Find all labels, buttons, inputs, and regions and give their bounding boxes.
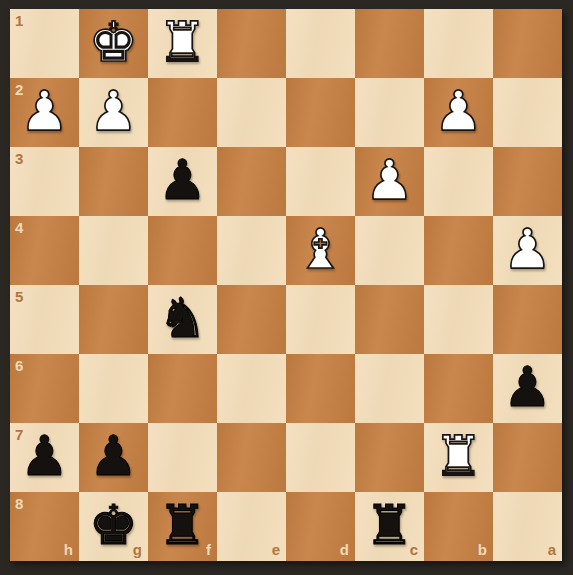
square-b7[interactable]: ♜ <box>424 423 493 492</box>
square-e3[interactable] <box>217 147 286 216</box>
piece-white-bishop[interactable]: ♝ <box>286 216 355 285</box>
square-a4[interactable]: ♟ <box>493 216 562 285</box>
square-d2[interactable] <box>286 78 355 147</box>
square-f4[interactable] <box>148 216 217 285</box>
square-f2[interactable] <box>148 78 217 147</box>
piece-white-king[interactable]: ♚ <box>79 9 148 78</box>
square-h7[interactable]: 7♟ <box>10 423 79 492</box>
piece-white-pawn[interactable]: ♟ <box>10 78 79 147</box>
square-e2[interactable] <box>217 78 286 147</box>
square-g5[interactable] <box>79 285 148 354</box>
file-label-d: d <box>340 542 349 557</box>
square-a7[interactable] <box>493 423 562 492</box>
square-h5[interactable]: 5 <box>10 285 79 354</box>
square-a5[interactable] <box>493 285 562 354</box>
square-d5[interactable] <box>286 285 355 354</box>
square-c2[interactable] <box>355 78 424 147</box>
square-a3[interactable] <box>493 147 562 216</box>
square-e8[interactable]: e <box>217 492 286 561</box>
square-e6[interactable] <box>217 354 286 423</box>
square-h6[interactable]: 6 <box>10 354 79 423</box>
square-c8[interactable]: c♜ <box>355 492 424 561</box>
square-d8[interactable]: d <box>286 492 355 561</box>
piece-black-king[interactable]: ♚ <box>79 492 148 561</box>
chess-board: 1♚♜2♟♟♟3♟♟4♝♟5♞6♟7♟♟♜8hg♚f♜edc♜ba <box>10 9 562 561</box>
square-b3[interactable] <box>424 147 493 216</box>
square-f5[interactable]: ♞ <box>148 285 217 354</box>
square-b1[interactable] <box>424 9 493 78</box>
square-d1[interactable] <box>286 9 355 78</box>
piece-white-pawn[interactable]: ♟ <box>355 147 424 216</box>
square-g1[interactable]: ♚ <box>79 9 148 78</box>
square-b6[interactable] <box>424 354 493 423</box>
square-b5[interactable] <box>424 285 493 354</box>
square-e1[interactable] <box>217 9 286 78</box>
square-d7[interactable] <box>286 423 355 492</box>
square-c1[interactable] <box>355 9 424 78</box>
piece-white-pawn[interactable]: ♟ <box>493 216 562 285</box>
square-d4[interactable]: ♝ <box>286 216 355 285</box>
square-c5[interactable] <box>355 285 424 354</box>
square-d3[interactable] <box>286 147 355 216</box>
piece-black-pawn[interactable]: ♟ <box>79 423 148 492</box>
square-g6[interactable] <box>79 354 148 423</box>
square-h1[interactable]: 1 <box>10 9 79 78</box>
rank-label-4: 4 <box>15 220 23 235</box>
square-g7[interactable]: ♟ <box>79 423 148 492</box>
square-h3[interactable]: 3 <box>10 147 79 216</box>
square-f7[interactable] <box>148 423 217 492</box>
square-h4[interactable]: 4 <box>10 216 79 285</box>
square-g8[interactable]: g♚ <box>79 492 148 561</box>
square-g3[interactable] <box>79 147 148 216</box>
file-label-h: h <box>64 542 73 557</box>
piece-black-pawn[interactable]: ♟ <box>493 354 562 423</box>
square-d6[interactable] <box>286 354 355 423</box>
square-a1[interactable] <box>493 9 562 78</box>
piece-white-pawn[interactable]: ♟ <box>424 78 493 147</box>
piece-black-rook[interactable]: ♜ <box>355 492 424 561</box>
square-b4[interactable] <box>424 216 493 285</box>
square-g4[interactable] <box>79 216 148 285</box>
square-b2[interactable]: ♟ <box>424 78 493 147</box>
file-label-e: e <box>272 542 280 557</box>
piece-black-knight[interactable]: ♞ <box>148 285 217 354</box>
square-h8[interactable]: 8h <box>10 492 79 561</box>
square-c6[interactable] <box>355 354 424 423</box>
square-e4[interactable] <box>217 216 286 285</box>
square-c3[interactable]: ♟ <box>355 147 424 216</box>
file-label-b: b <box>478 542 487 557</box>
square-e5[interactable] <box>217 285 286 354</box>
rank-label-3: 3 <box>15 151 23 166</box>
piece-black-pawn[interactable]: ♟ <box>148 147 217 216</box>
square-f1[interactable]: ♜ <box>148 9 217 78</box>
square-f6[interactable] <box>148 354 217 423</box>
square-f8[interactable]: f♜ <box>148 492 217 561</box>
square-h2[interactable]: 2♟ <box>10 78 79 147</box>
piece-white-rook[interactable]: ♜ <box>424 423 493 492</box>
rank-label-1: 1 <box>15 13 23 28</box>
chess-app-background: 1♚♜2♟♟♟3♟♟4♝♟5♞6♟7♟♟♜8hg♚f♜edc♜ba <box>0 0 573 575</box>
square-b8[interactable]: b <box>424 492 493 561</box>
rank-label-5: 5 <box>15 289 23 304</box>
square-e7[interactable] <box>217 423 286 492</box>
square-c4[interactable] <box>355 216 424 285</box>
file-label-a: a <box>548 542 556 557</box>
piece-white-rook[interactable]: ♜ <box>148 9 217 78</box>
rank-label-6: 6 <box>15 358 23 373</box>
square-a6[interactable]: ♟ <box>493 354 562 423</box>
square-a2[interactable] <box>493 78 562 147</box>
square-g2[interactable]: ♟ <box>79 78 148 147</box>
square-a8[interactable]: a <box>493 492 562 561</box>
square-c7[interactable] <box>355 423 424 492</box>
rank-label-8: 8 <box>15 496 23 511</box>
piece-black-pawn[interactable]: ♟ <box>10 423 79 492</box>
piece-black-rook[interactable]: ♜ <box>148 492 217 561</box>
piece-white-pawn[interactable]: ♟ <box>79 78 148 147</box>
square-f3[interactable]: ♟ <box>148 147 217 216</box>
